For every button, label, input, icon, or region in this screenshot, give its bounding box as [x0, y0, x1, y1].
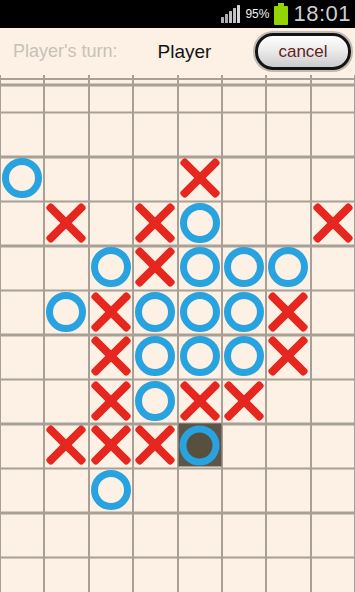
piece-o — [46, 292, 86, 332]
status-bar: 95% 18:01 — [0, 0, 355, 28]
clock-label: 18:01 — [293, 1, 351, 27]
game-board[interactable] — [0, 75, 355, 592]
piece-x — [178, 379, 222, 423]
piece-o — [180, 203, 220, 243]
piece-o — [268, 247, 308, 287]
piece-x — [311, 201, 355, 245]
piece-o — [180, 292, 220, 332]
piece-x — [266, 334, 310, 378]
piece-x — [222, 379, 266, 423]
piece-x — [133, 423, 177, 467]
piece-x — [44, 201, 88, 245]
piece-x — [178, 156, 222, 200]
piece-x — [44, 423, 88, 467]
piece-o — [2, 158, 42, 198]
piece-o — [135, 292, 175, 332]
turn-player-name: Player — [157, 41, 211, 63]
battery-percent-label: 95% — [245, 7, 269, 21]
piece-o — [224, 336, 264, 376]
battery-icon — [274, 6, 288, 25]
piece-x — [89, 334, 133, 378]
piece-x — [266, 290, 310, 334]
piece-o — [180, 247, 220, 287]
signal-icon — [221, 5, 240, 23]
piece-o — [224, 292, 264, 332]
piece-o — [135, 336, 175, 376]
piece-o — [91, 247, 131, 287]
last-move-ring — [180, 425, 220, 465]
last-move-piece — [178, 424, 221, 467]
header-bar: Player's turn: Player cancel — [0, 28, 355, 75]
piece-o — [224, 247, 264, 287]
piece-o — [180, 336, 220, 376]
piece-x — [133, 201, 177, 245]
piece-x — [89, 423, 133, 467]
piece-o — [135, 381, 175, 421]
piece-x — [89, 290, 133, 334]
piece-x — [133, 245, 177, 289]
piece-o — [91, 470, 131, 510]
app-screen: 95% 18:01 Player's turn: Player cancel — [0, 0, 355, 592]
turn-label: Player's turn: — [13, 41, 117, 62]
cancel-button[interactable]: cancel — [255, 33, 351, 70]
piece-x — [89, 379, 133, 423]
